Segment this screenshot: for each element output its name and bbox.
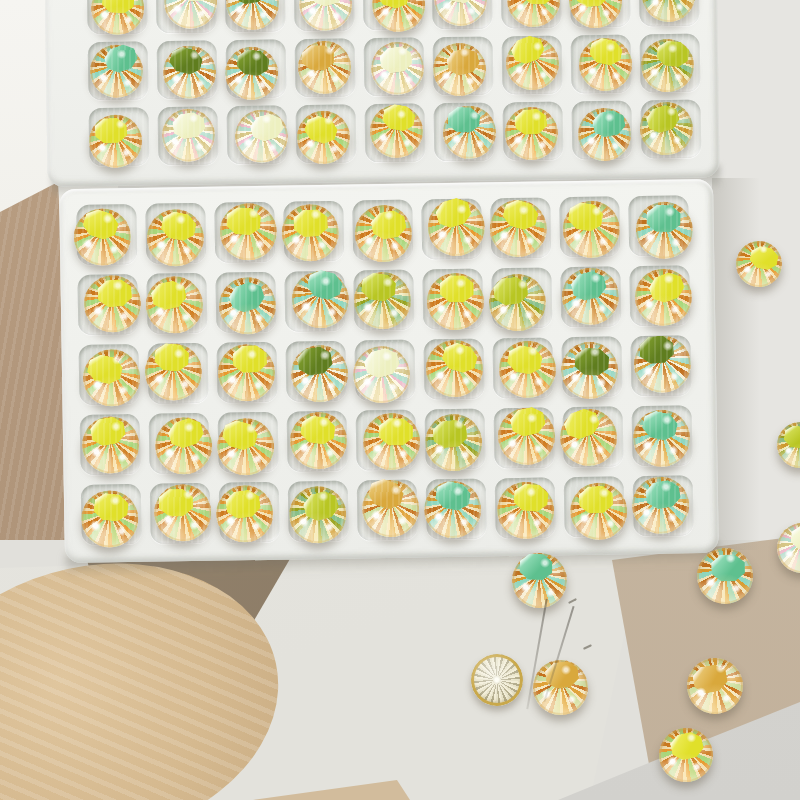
photo-root <box>0 0 800 800</box>
rhinestone <box>659 728 713 782</box>
rhinestone <box>697 548 753 604</box>
rhinestone <box>512 553 567 608</box>
rhinestone <box>736 241 782 287</box>
rhinestone <box>533 660 588 715</box>
rhinestone-flipped <box>471 654 523 706</box>
loose-gems-layer <box>0 0 800 800</box>
rhinestone <box>777 523 800 573</box>
rhinestone <box>777 422 800 468</box>
rhinestone <box>687 658 743 714</box>
